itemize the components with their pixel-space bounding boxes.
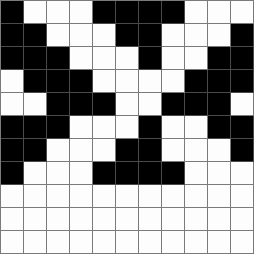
cell-r5-c9[interactable] — [208, 116, 231, 139]
cell-r9-c2[interactable] — [47, 208, 70, 231]
cell-r9-c4[interactable] — [93, 208, 116, 231]
cell-r5-c6[interactable] — [139, 116, 162, 139]
cell-r0-c2[interactable] — [47, 1, 70, 24]
puzzle-canvas — [0, 0, 254, 255]
cell-r3-c10[interactable] — [231, 70, 254, 93]
cell-r8-c10[interactable] — [231, 185, 254, 208]
cell-r2-c1[interactable] — [24, 47, 47, 70]
cell-r0-c4[interactable] — [93, 1, 116, 24]
cell-r8-c0[interactable] — [1, 185, 24, 208]
cell-r2-c4[interactable] — [93, 47, 116, 70]
cell-r3-c1[interactable] — [24, 70, 47, 93]
cell-r3-c9[interactable] — [208, 70, 231, 93]
cell-r4-c2[interactable] — [47, 93, 70, 116]
cell-r0-c1[interactable] — [24, 1, 47, 24]
cell-r8-c2[interactable] — [47, 185, 70, 208]
puzzle-board — [0, 0, 254, 254]
cell-r4-c3[interactable] — [70, 93, 93, 116]
cell-r4-c0[interactable] — [1, 93, 24, 116]
cell-r3-c4[interactable] — [93, 70, 116, 93]
cell-r3-c7[interactable] — [162, 70, 185, 93]
cell-r6-c9[interactable] — [208, 139, 231, 162]
cell-r10-c9[interactable] — [208, 231, 231, 254]
cell-r9-c9[interactable] — [208, 208, 231, 231]
cell-r8-c6[interactable] — [139, 185, 162, 208]
cell-r10-c4[interactable] — [93, 231, 116, 254]
cell-r2-c7[interactable] — [162, 47, 185, 70]
cell-r1-c1[interactable] — [24, 24, 47, 47]
cell-r7-c1[interactable] — [24, 162, 47, 185]
cell-r2-c2[interactable] — [47, 47, 70, 70]
cell-r9-c1[interactable] — [24, 208, 47, 231]
cell-r2-c10[interactable] — [231, 47, 254, 70]
cell-r4-c1[interactable] — [24, 93, 47, 116]
cell-r4-c10[interactable] — [231, 93, 254, 116]
cell-r6-c4[interactable] — [93, 139, 116, 162]
cell-r10-c6[interactable] — [139, 231, 162, 254]
cell-r8-c7[interactable] — [162, 185, 185, 208]
cell-r9-c10[interactable] — [231, 208, 254, 231]
cell-r10-c8[interactable] — [185, 231, 208, 254]
cell-r7-c6[interactable] — [139, 162, 162, 185]
cell-r0-c6[interactable] — [139, 1, 162, 24]
cell-r0-c3[interactable] — [70, 1, 93, 24]
cell-r1-c5[interactable] — [116, 24, 139, 47]
cell-r7-c0[interactable] — [1, 162, 24, 185]
cell-r5-c10[interactable] — [231, 116, 254, 139]
cell-r0-c0[interactable] — [1, 1, 24, 24]
cell-r4-c6[interactable] — [139, 93, 162, 116]
cell-r4-c9[interactable] — [208, 93, 231, 116]
cell-r6-c0[interactable] — [1, 139, 24, 162]
cell-r0-c10[interactable] — [231, 1, 254, 24]
cell-r7-c10[interactable] — [231, 162, 254, 185]
cell-r3-c8[interactable] — [185, 70, 208, 93]
cell-r3-c5[interactable] — [116, 70, 139, 93]
cell-r4-c8[interactable] — [185, 93, 208, 116]
cell-r10-c3[interactable] — [70, 231, 93, 254]
cell-r9-c3[interactable] — [70, 208, 93, 231]
cell-r3-c3[interactable] — [70, 70, 93, 93]
cell-r0-c5[interactable] — [116, 1, 139, 24]
cell-r6-c2[interactable] — [47, 139, 70, 162]
cell-r4-c5[interactable] — [116, 93, 139, 116]
cell-r8-c1[interactable] — [24, 185, 47, 208]
cell-r6-c8[interactable] — [185, 139, 208, 162]
cell-r7-c3[interactable] — [70, 162, 93, 185]
cell-r8-c3[interactable] — [70, 185, 93, 208]
cell-r1-c4[interactable] — [93, 24, 116, 47]
cell-r8-c5[interactable] — [116, 185, 139, 208]
cell-r7-c2[interactable] — [47, 162, 70, 185]
cell-r0-c8[interactable] — [185, 1, 208, 24]
cell-r2-c5[interactable] — [116, 47, 139, 70]
cell-r9-c6[interactable] — [139, 208, 162, 231]
cell-r2-c8[interactable] — [185, 47, 208, 70]
cell-r7-c5[interactable] — [116, 162, 139, 185]
cell-r10-c1[interactable] — [24, 231, 47, 254]
cell-r1-c10[interactable] — [231, 24, 254, 47]
cell-r5-c5[interactable] — [116, 116, 139, 139]
cell-r10-c0[interactable] — [1, 231, 24, 254]
cell-r4-c4[interactable] — [93, 93, 116, 116]
cell-r6-c1[interactable] — [24, 139, 47, 162]
cell-r10-c2[interactable] — [47, 231, 70, 254]
cell-r10-c7[interactable] — [162, 231, 185, 254]
cell-r6-c10[interactable] — [231, 139, 254, 162]
cell-r5-c0[interactable] — [1, 116, 24, 139]
cell-r10-c5[interactable] — [116, 231, 139, 254]
cell-r5-c2[interactable] — [47, 116, 70, 139]
cell-r2-c6[interactable] — [139, 47, 162, 70]
cell-r9-c5[interactable] — [116, 208, 139, 231]
cell-r2-c0[interactable] — [1, 47, 24, 70]
cell-r1-c7[interactable] — [162, 24, 185, 47]
cell-r7-c4[interactable] — [93, 162, 116, 185]
cell-r1-c2[interactable] — [47, 24, 70, 47]
cell-r6-c5[interactable] — [116, 139, 139, 162]
cell-r6-c6[interactable] — [139, 139, 162, 162]
cell-r10-c10[interactable] — [231, 231, 254, 254]
cell-r9-c0[interactable] — [1, 208, 24, 231]
cell-r6-c3[interactable] — [70, 139, 93, 162]
cell-r6-c7[interactable] — [162, 139, 185, 162]
cell-r8-c8[interactable] — [185, 185, 208, 208]
cell-r5-c1[interactable] — [24, 116, 47, 139]
cell-r8-c9[interactable] — [208, 185, 231, 208]
cell-r5-c7[interactable] — [162, 116, 185, 139]
cell-r1-c9[interactable] — [208, 24, 231, 47]
cell-r1-c0[interactable] — [1, 24, 24, 47]
cell-r2-c9[interactable] — [208, 47, 231, 70]
cell-r9-c8[interactable] — [185, 208, 208, 231]
cell-r1-c3[interactable] — [70, 24, 93, 47]
cell-r8-c4[interactable] — [93, 185, 116, 208]
cell-r7-c8[interactable] — [185, 162, 208, 185]
cell-r9-c7[interactable] — [162, 208, 185, 231]
cell-r0-c9[interactable] — [208, 1, 231, 24]
cell-r1-c6[interactable] — [139, 24, 162, 47]
cell-r7-c9[interactable] — [208, 162, 231, 185]
cell-r3-c0[interactable] — [1, 70, 24, 93]
cell-r3-c6[interactable] — [139, 70, 162, 93]
cell-r0-c7[interactable] — [162, 1, 185, 24]
cell-r4-c7[interactable] — [162, 93, 185, 116]
cell-r5-c8[interactable] — [185, 116, 208, 139]
cell-r5-c4[interactable] — [93, 116, 116, 139]
cell-r2-c3[interactable] — [70, 47, 93, 70]
cell-r1-c8[interactable] — [185, 24, 208, 47]
cell-r7-c7[interactable] — [162, 162, 185, 185]
cell-r5-c3[interactable] — [70, 116, 93, 139]
cell-r3-c2[interactable] — [47, 70, 70, 93]
